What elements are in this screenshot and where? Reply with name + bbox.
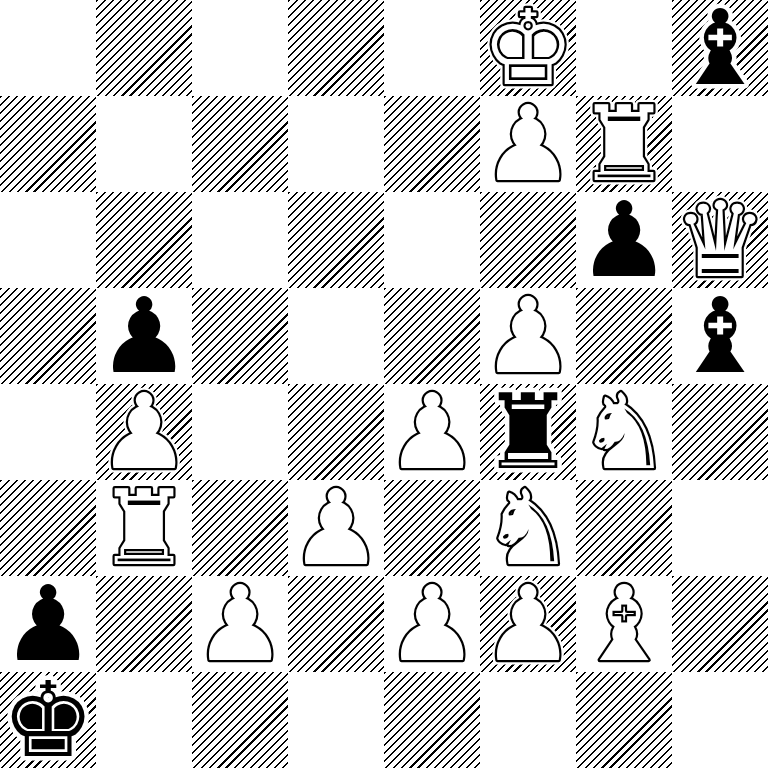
svg-text:♟: ♟ (193, 563, 286, 685)
square-b1[interactable] (96, 672, 192, 768)
square-g6[interactable]: ♟♟ (576, 192, 672, 288)
square-a6[interactable] (0, 192, 96, 288)
piece-black-pawn[interactable]: ♟♟ (96, 288, 192, 384)
square-g2[interactable]: ♝♝ (576, 576, 672, 672)
square-c4[interactable] (192, 384, 288, 480)
piece-white-pawn[interactable]: ♟♟ (96, 384, 192, 480)
square-c7[interactable] (192, 96, 288, 192)
square-d4[interactable] (288, 384, 384, 480)
square-e1[interactable] (384, 672, 480, 768)
chess-board: ♚♚♝♝♟♟♜♜♟♟♛♛♟♟♟♟♝♝♟♟♟♟♜♜♞♞♜♜♟♟♞♞♟♟♟♟♟♟♟♟… (0, 0, 768, 768)
square-g5[interactable] (576, 288, 672, 384)
square-e6[interactable] (384, 192, 480, 288)
square-g1[interactable] (576, 672, 672, 768)
square-a8[interactable] (0, 0, 96, 96)
square-b3[interactable]: ♜♜ (96, 480, 192, 576)
square-g7[interactable]: ♜♜ (576, 96, 672, 192)
square-g8[interactable] (576, 0, 672, 96)
svg-text:♜: ♜ (97, 467, 190, 589)
square-e5[interactable] (384, 288, 480, 384)
piece-black-pawn[interactable]: ♟♟ (0, 576, 96, 672)
square-a3[interactable] (0, 480, 96, 576)
square-c6[interactable] (192, 192, 288, 288)
square-h5[interactable]: ♝♝ (672, 288, 768, 384)
square-d1[interactable] (288, 672, 384, 768)
square-h7[interactable] (672, 96, 768, 192)
square-a1[interactable]: ♚♚ (0, 672, 96, 768)
svg-text:♟: ♟ (385, 563, 478, 685)
square-b5[interactable]: ♟♟ (96, 288, 192, 384)
square-c1[interactable] (192, 672, 288, 768)
square-e7[interactable] (384, 96, 480, 192)
square-f4[interactable]: ♜♜ (480, 384, 576, 480)
square-e3[interactable] (384, 480, 480, 576)
square-e2[interactable]: ♟♟ (384, 576, 480, 672)
square-h4[interactable] (672, 384, 768, 480)
piece-white-pawn[interactable]: ♟♟ (384, 576, 480, 672)
square-f3[interactable]: ♞♞ (480, 480, 576, 576)
svg-text:♚: ♚ (1, 659, 94, 768)
square-c3[interactable] (192, 480, 288, 576)
square-b6[interactable] (96, 192, 192, 288)
piece-black-pawn[interactable]: ♟♟ (576, 192, 672, 288)
square-h8[interactable]: ♝♝ (672, 0, 768, 96)
square-d8[interactable] (288, 0, 384, 96)
svg-text:♟: ♟ (481, 563, 574, 685)
square-d6[interactable] (288, 192, 384, 288)
square-g4[interactable]: ♞♞ (576, 384, 672, 480)
piece-white-pawn[interactable]: ♟♟ (192, 576, 288, 672)
svg-text:♟: ♟ (385, 371, 478, 493)
square-d3[interactable]: ♟♟ (288, 480, 384, 576)
square-a5[interactable] (0, 288, 96, 384)
svg-text:♝: ♝ (673, 0, 766, 109)
svg-text:♝: ♝ (577, 563, 670, 685)
square-b2[interactable] (96, 576, 192, 672)
piece-white-knight[interactable]: ♞♞ (576, 384, 672, 480)
piece-white-pawn[interactable]: ♟♟ (480, 288, 576, 384)
piece-white-pawn[interactable]: ♟♟ (480, 96, 576, 192)
piece-white-pawn[interactable]: ♟♟ (480, 576, 576, 672)
square-a2[interactable]: ♟♟ (0, 576, 96, 672)
piece-white-bishop[interactable]: ♝♝ (576, 576, 672, 672)
svg-text:♝: ♝ (673, 275, 766, 397)
svg-text:♟: ♟ (577, 179, 670, 301)
piece-black-king[interactable]: ♚♚ (0, 672, 96, 768)
square-d5[interactable] (288, 288, 384, 384)
square-h2[interactable] (672, 576, 768, 672)
square-a4[interactable] (0, 384, 96, 480)
square-e4[interactable]: ♟♟ (384, 384, 480, 480)
square-f2[interactable]: ♟♟ (480, 576, 576, 672)
square-h3[interactable] (672, 480, 768, 576)
piece-black-rook[interactable]: ♜♜ (480, 384, 576, 480)
piece-white-queen[interactable]: ♛♛ (672, 192, 768, 288)
piece-white-pawn[interactable]: ♟♟ (384, 384, 480, 480)
piece-black-bishop[interactable]: ♝♝ (672, 0, 768, 96)
piece-white-knight[interactable]: ♞♞ (480, 480, 576, 576)
square-c5[interactable] (192, 288, 288, 384)
piece-white-rook[interactable]: ♜♜ (576, 96, 672, 192)
square-b4[interactable]: ♟♟ (96, 384, 192, 480)
square-d7[interactable] (288, 96, 384, 192)
square-b8[interactable] (96, 0, 192, 96)
square-f6[interactable] (480, 192, 576, 288)
piece-black-bishop[interactable]: ♝♝ (672, 288, 768, 384)
square-f1[interactable] (480, 672, 576, 768)
piece-white-king[interactable]: ♚♚ (480, 0, 576, 96)
square-g3[interactable] (576, 480, 672, 576)
square-d2[interactable] (288, 576, 384, 672)
piece-white-rook[interactable]: ♜♜ (96, 480, 192, 576)
square-f7[interactable]: ♟♟ (480, 96, 576, 192)
svg-text:♞: ♞ (577, 371, 670, 493)
square-c8[interactable] (192, 0, 288, 96)
square-c2[interactable]: ♟♟ (192, 576, 288, 672)
square-a7[interactable] (0, 96, 96, 192)
square-b7[interactable] (96, 96, 192, 192)
square-h6[interactable]: ♛♛ (672, 192, 768, 288)
square-e8[interactable] (384, 0, 480, 96)
svg-text:♟: ♟ (481, 83, 574, 205)
piece-white-pawn[interactable]: ♟♟ (288, 480, 384, 576)
square-h1[interactable] (672, 672, 768, 768)
svg-text:♟: ♟ (289, 467, 382, 589)
square-f5[interactable]: ♟♟ (480, 288, 576, 384)
square-f8[interactable]: ♚♚ (480, 0, 576, 96)
